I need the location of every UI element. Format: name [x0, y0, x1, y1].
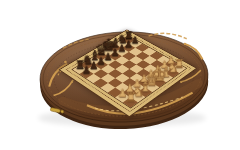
square-h3	[157, 56, 171, 65]
chess-set-product-photo: ♜♞♝♛♚♝♞♜♟♟♟♟♟♟♟♟♟♟♟♟♟♟♟♟♜♞♝♛♚♝♞♜	[0, 0, 240, 150]
square-g1: ♞	[165, 69, 179, 78]
